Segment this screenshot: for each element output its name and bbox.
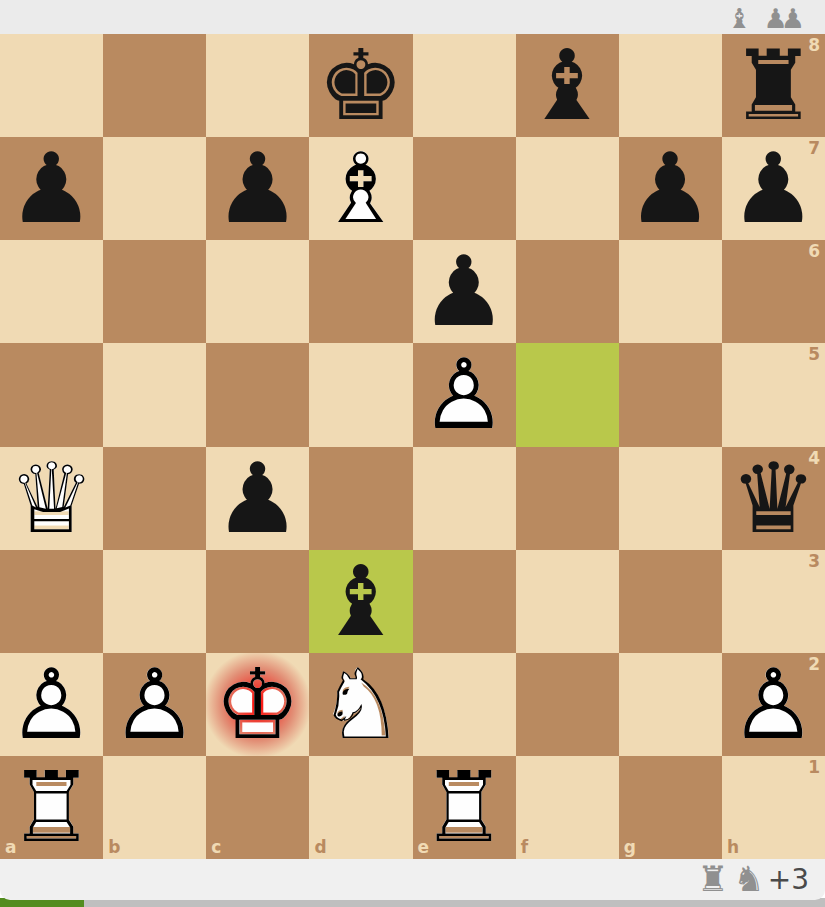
square-h3[interactable]: 3 <box>722 550 825 653</box>
captured-pawn-icon: ♟ <box>781 5 805 32</box>
black-king-piece-d8[interactable]: ♚ <box>317 37 404 134</box>
square-f4[interactable] <box>516 447 619 550</box>
square-h2[interactable]: ♟♙2 <box>722 653 825 756</box>
rank-label-8: 8 <box>808 37 820 54</box>
square-g7[interactable]: ♟ <box>619 137 722 240</box>
black-pawn-piece-c7[interactable]: ♟ <box>214 140 301 237</box>
captured-knight-icon: ♞ <box>733 862 764 897</box>
square-a8[interactable] <box>0 34 103 137</box>
white-queen-piece-a4[interactable]: ♛♕ <box>8 450 95 547</box>
square-a2[interactable]: ♟♙ <box>0 653 103 756</box>
file-label-h: h <box>727 839 739 856</box>
square-d8[interactable]: ♚ <box>309 34 412 137</box>
square-g3[interactable] <box>619 550 722 653</box>
white-pawn-piece-a2[interactable]: ♟♙ <box>8 656 95 753</box>
white-piece-outline: ♙ <box>8 656 95 753</box>
white-piece-outline: ♕ <box>8 450 95 547</box>
file-label-c: c <box>211 839 221 856</box>
rank-label-7: 7 <box>808 140 820 157</box>
rank-label-4: 4 <box>808 450 820 467</box>
rank-label-3: 3 <box>808 553 820 570</box>
square-d3[interactable]: ♝ <box>309 550 412 653</box>
square-f8[interactable]: ♝ <box>516 34 619 137</box>
white-piece-outline: ♗ <box>317 140 404 237</box>
top-player-bar: ♝♟♟ <box>0 0 825 34</box>
square-d5[interactable] <box>309 343 412 446</box>
white-piece-outline: ♙ <box>111 656 198 753</box>
square-d1[interactable]: d <box>309 756 412 859</box>
square-d2[interactable]: ♞♘ <box>309 653 412 756</box>
white-king-piece-c2[interactable]: ♚♔ <box>214 656 301 753</box>
square-h5[interactable]: 5 <box>722 343 825 446</box>
black-pawn-piece-c4[interactable]: ♟ <box>214 450 301 547</box>
square-a7[interactable]: ♟ <box>0 137 103 240</box>
black-pawn-piece-a7[interactable]: ♟ <box>8 140 95 237</box>
bottom-player-area: ♜♞ +3 <box>0 859 825 907</box>
white-piece-outline: ♔ <box>214 656 301 753</box>
square-f5[interactable] <box>516 343 619 446</box>
square-e3[interactable] <box>413 550 516 653</box>
white-piece-outline: ♙ <box>421 346 508 443</box>
square-b5[interactable] <box>103 343 206 446</box>
rank-label-6: 6 <box>808 243 820 260</box>
white-knight-piece-d2[interactable]: ♞♘ <box>317 656 404 753</box>
rank-label-5: 5 <box>808 346 820 363</box>
captured-by-white: ♜♞ <box>692 862 765 897</box>
square-a1[interactable]: ♜♖a <box>0 756 103 859</box>
file-label-e: e <box>418 839 430 856</box>
square-a4[interactable]: ♛♕ <box>0 447 103 550</box>
square-b3[interactable] <box>103 550 206 653</box>
square-e7[interactable] <box>413 137 516 240</box>
square-b8[interactable] <box>103 34 206 137</box>
square-e5[interactable]: ♟♙ <box>413 343 516 446</box>
black-pawn-piece-e6[interactable]: ♟ <box>421 243 508 340</box>
black-bishop-piece-d3[interactable]: ♝ <box>317 553 404 650</box>
white-piece-outline: ♖ <box>421 759 508 856</box>
square-f1[interactable]: f <box>516 756 619 859</box>
black-rook-piece-h8[interactable]: ♜ <box>730 37 817 134</box>
file-label-d: d <box>314 839 326 856</box>
rank-label-1: 1 <box>808 759 820 776</box>
white-piece-outline: ♙ <box>730 656 817 753</box>
chess-board[interactable]: ♚♝♜8♟♟♝♗♟♟7♟6♟♙5♛♕♟♛4♝3♟♙♟♙♚♔♞♘♟♙2♜♖abcd… <box>0 34 825 859</box>
rank-label-2: 2 <box>808 656 820 673</box>
square-a6[interactable] <box>0 240 103 343</box>
square-e8[interactable] <box>413 34 516 137</box>
square-e2[interactable] <box>413 653 516 756</box>
black-bishop-piece-f8[interactable]: ♝ <box>524 37 611 134</box>
square-c8[interactable] <box>206 34 309 137</box>
square-c6[interactable] <box>206 240 309 343</box>
material-advantage-label: +3 <box>768 866 809 894</box>
square-g5[interactable] <box>619 343 722 446</box>
square-b7[interactable] <box>103 137 206 240</box>
square-a5[interactable] <box>0 343 103 446</box>
square-e6[interactable]: ♟ <box>413 240 516 343</box>
file-label-g: g <box>624 839 636 856</box>
square-a3[interactable] <box>0 550 103 653</box>
square-f6[interactable] <box>516 240 619 343</box>
square-g4[interactable] <box>619 447 722 550</box>
square-g2[interactable] <box>619 653 722 756</box>
square-b2[interactable]: ♟♙ <box>103 653 206 756</box>
file-label-b: b <box>108 839 120 856</box>
bottom-player-bar: ♜♞ +3 <box>0 859 825 900</box>
square-g8[interactable] <box>619 34 722 137</box>
square-c3[interactable] <box>206 550 309 653</box>
square-h6[interactable]: 6 <box>722 240 825 343</box>
square-d4[interactable] <box>309 447 412 550</box>
black-pawn-piece-h7[interactable]: ♟ <box>730 140 817 237</box>
square-h8[interactable]: ♜8 <box>722 34 825 137</box>
square-h7[interactable]: ♟7 <box>722 137 825 240</box>
square-c4[interactable]: ♟ <box>206 447 309 550</box>
square-h1[interactable]: 1h <box>722 756 825 859</box>
square-b4[interactable] <box>103 447 206 550</box>
square-g6[interactable] <box>619 240 722 343</box>
black-queen-piece-h4[interactable]: ♛ <box>730 450 817 547</box>
chess-app-window: ♝♟♟ ♚♝♜8♟♟♝♗♟♟7♟6♟♙5♛♕♟♛4♝3♟♙♟♙♚♔♞♘♟♙2♜♖… <box>0 0 825 907</box>
square-c7[interactable]: ♟ <box>206 137 309 240</box>
white-pawn-piece-b2[interactable]: ♟♙ <box>111 656 198 753</box>
white-rook-piece-e1[interactable]: ♜♖ <box>421 759 508 856</box>
square-c1[interactable]: c <box>206 756 309 859</box>
black-pawn-piece-g7[interactable]: ♟ <box>627 140 714 237</box>
square-h4[interactable]: ♛4 <box>722 447 825 550</box>
square-f3[interactable] <box>516 550 619 653</box>
square-c2[interactable]: ♚♔ <box>206 653 309 756</box>
white-piece-outline: ♘ <box>317 656 404 753</box>
square-d6[interactable] <box>309 240 412 343</box>
square-e4[interactable] <box>413 447 516 550</box>
captured-by-black: ♝♟♟ <box>727 5 805 32</box>
white-pawn-piece-e5[interactable]: ♟♙ <box>421 346 508 443</box>
white-rook-piece-a1[interactable]: ♜♖ <box>8 759 95 856</box>
square-e1[interactable]: ♜♖e <box>413 756 516 859</box>
file-label-a: a <box>5 839 16 856</box>
square-b6[interactable] <box>103 240 206 343</box>
square-g1[interactable]: g <box>619 756 722 859</box>
captured-rook-icon: ♜ <box>697 862 728 897</box>
captured-bishop-icon: ♝ <box>727 5 751 32</box>
square-d7[interactable]: ♝♗ <box>309 137 412 240</box>
file-label-f: f <box>521 839 528 856</box>
square-f7[interactable] <box>516 137 619 240</box>
square-c5[interactable] <box>206 343 309 446</box>
white-bishop-piece-d7[interactable]: ♝♗ <box>317 140 404 237</box>
white-piece-outline: ♖ <box>8 759 95 856</box>
square-b1[interactable]: b <box>103 756 206 859</box>
white-pawn-piece-h2[interactable]: ♟♙ <box>730 656 817 753</box>
square-f2[interactable] <box>516 653 619 756</box>
